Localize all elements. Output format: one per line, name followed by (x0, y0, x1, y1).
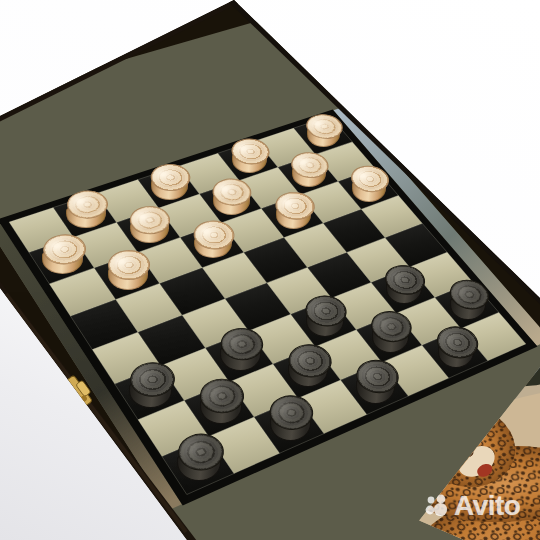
product-photo: Avito (0, 0, 540, 540)
checkers-board (0, 0, 540, 540)
game-box (0, 0, 540, 540)
